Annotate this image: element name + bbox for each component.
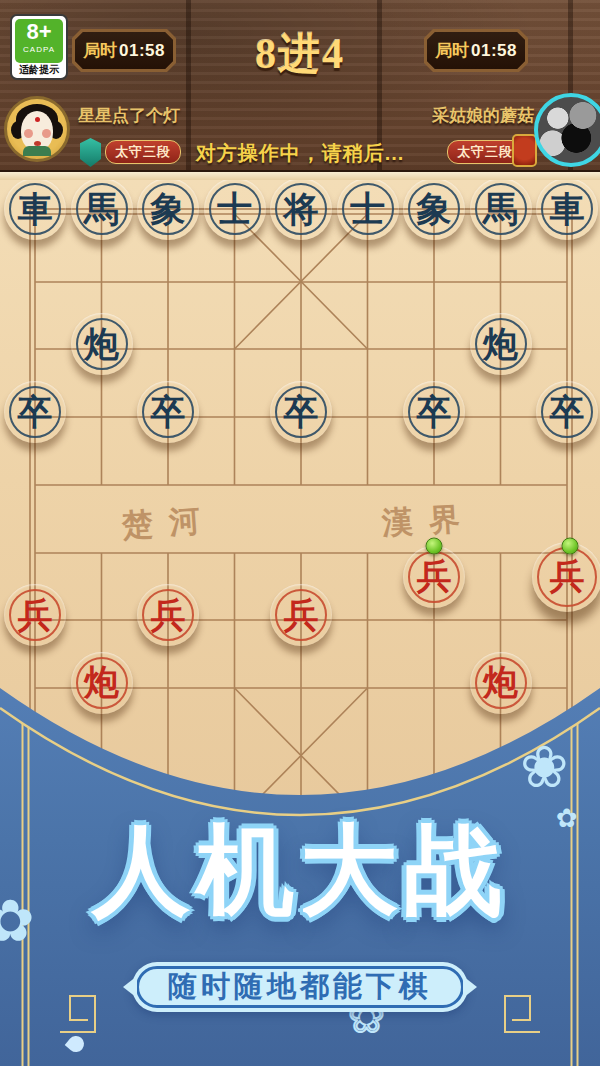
piece-red-兵-f6r5[interactable]: 兵 <box>403 546 465 608</box>
piece-black-卒-f8r3[interactable]: 卒 <box>536 381 598 443</box>
piece-black-士-f5r0[interactable]: 士 <box>337 178 399 240</box>
top-bar: 8+ CADPA 适龄提示 局时01:58 8进4 局时01:58 星星点了个灯 <box>0 0 600 172</box>
game-screen: 楚河 漢界 車馬象士将士象馬車炮炮卒卒卒卒卒兵兵兵兵兵炮炮 8+ CADPA 适… <box>0 0 600 1066</box>
promo-title: 人机大战 <box>0 822 600 920</box>
piece-black-卒-f4r3[interactable]: 卒 <box>270 381 332 443</box>
last-move-green-dot <box>562 537 579 554</box>
left-player-name: 星星点了个灯 <box>78 104 180 127</box>
piece-black-卒-f2r3[interactable]: 卒 <box>137 381 199 443</box>
sakura-icon: ❀ <box>520 738 569 796</box>
avatar-blush <box>24 129 33 138</box>
piece-black-卒-f6r3[interactable]: 卒 <box>403 381 465 443</box>
piece-black-馬-f7r0[interactable]: 馬 <box>470 178 532 240</box>
last-move-green-dot <box>426 537 443 554</box>
piece-black-車-f8r0[interactable]: 車 <box>536 178 598 240</box>
piece-black-卒-f0r3[interactable]: 卒 <box>4 381 66 443</box>
right-timer-label: 局时 <box>435 41 469 60</box>
avatar-forehead-dot <box>35 117 40 122</box>
piece-black-車-f0r0[interactable]: 車 <box>4 178 66 240</box>
piece-black-象-f6r0[interactable]: 象 <box>403 178 465 240</box>
promo-banner-button[interactable]: 随时随地都能下棋 <box>132 962 468 1012</box>
promo-overlay[interactable]: ❀ ✿ ✿ ❀ 人机大战 随时随地都能下棋 <box>0 600 600 1066</box>
turn-status-text: 对方操作中，请稍后... <box>0 140 600 167</box>
right-player-name: 采姑娘的蘑菇 <box>432 104 534 127</box>
piece-black-炮-f7r2[interactable]: 炮 <box>470 313 532 375</box>
piece-black-馬-f1r0[interactable]: 馬 <box>71 178 133 240</box>
piece-black-士-f3r0[interactable]: 士 <box>204 178 266 240</box>
piece-black-象-f2r0[interactable]: 象 <box>137 178 199 240</box>
right-timer-value: 01:58 <box>471 41 517 60</box>
piece-black-将-f4r0[interactable]: 将 <box>270 178 332 240</box>
river-text-chu-he: 楚河 <box>121 499 218 547</box>
promo-subtitle: 随时随地都能下棋 <box>132 962 468 1012</box>
piece-black-炮-f1r2[interactable]: 炮 <box>71 313 133 375</box>
avatar-blush <box>42 129 51 138</box>
right-timer: 局时01:58 <box>424 29 528 72</box>
